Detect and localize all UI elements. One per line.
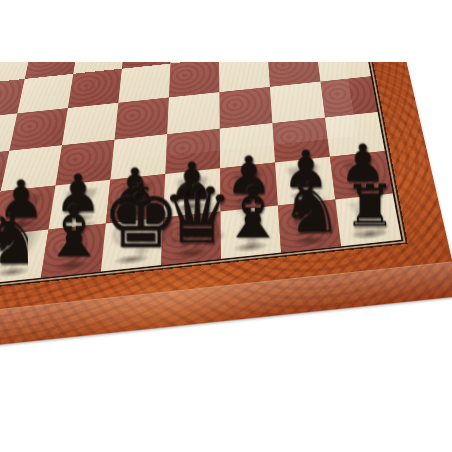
piece-spot: ♚♚ (102, 257, 162, 263)
square-e8[interactable]: ♚♚ (101, 217, 163, 271)
black-bishop[interactable]: ♝ (221, 177, 281, 248)
black-bishop[interactable]: ♝ (42, 196, 102, 267)
square-c5[interactable] (219, 87, 272, 129)
square-e5[interactable] (115, 97, 169, 139)
piece-spot: ♞♞ (281, 239, 341, 245)
square-b8[interactable]: ♞♞ (278, 199, 341, 252)
chess-board: ♜♜♞♞♝♝♚♚♛♛♝♝♞♞♜♜♟♟♟♟♟♟♟♟♟♟♟♟♟♟♟♟♟♟♟♟♟♟♟♟… (0, 62, 452, 352)
square-e4[interactable] (118, 64, 170, 103)
square-d8[interactable]: ♛♛ (161, 211, 221, 265)
black-king[interactable]: ♚ (102, 172, 162, 260)
piece-spot: ♞♞ (0, 270, 42, 276)
square-f4[interactable] (68, 69, 122, 108)
black-queen[interactable]: ♛ (161, 174, 221, 255)
square-a8[interactable]: ♜♜ (335, 193, 401, 246)
square-g5[interactable] (9, 108, 68, 151)
square-d5[interactable] (167, 92, 220, 134)
square-c4[interactable] (219, 62, 270, 92)
piece-spot: ♜♜ (340, 232, 400, 238)
square-b5[interactable] (270, 82, 325, 124)
piece-spot: ♝♝ (42, 264, 102, 270)
square-f8[interactable]: ♝♝ (41, 224, 106, 278)
square-f5[interactable] (62, 103, 118, 145)
square-c8[interactable]: ♝♝ (221, 205, 282, 258)
piece-spot: ♛♛ (161, 251, 221, 257)
black-knight[interactable]: ♞ (280, 172, 340, 241)
black-knight[interactable]: ♞ (0, 204, 42, 273)
playing-field: ♜♜♞♞♝♝♚♚♛♛♝♝♞♞♜♜♟♟♟♟♟♟♟♟♟♟♟♟♟♟♟♟♟♟♟♟♟♟♟♟… (0, 62, 403, 292)
square-b4[interactable] (268, 62, 321, 87)
photo-stage: ♜♜♞♞♝♝♚♚♛♛♝♝♞♞♜♜♟♟♟♟♟♟♟♟♟♟♟♟♟♟♟♟♟♟♟♟♟♟♟♟… (0, 0, 452, 452)
piece-spot: ♝♝ (221, 245, 281, 251)
square-a5[interactable] (320, 76, 377, 117)
photo-crop: ♜♜♞♞♝♝♚♚♛♛♝♝♞♞♜♜♟♟♟♟♟♟♟♟♟♟♟♟♟♟♟♟♟♟♟♟♟♟♟♟… (0, 62, 452, 352)
black-rook[interactable]: ♜ (340, 177, 400, 235)
